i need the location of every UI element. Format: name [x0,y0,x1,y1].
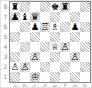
square-d5[interactable] [40,32,50,42]
square-f7[interactable] [60,12,70,22]
square-d8[interactable] [40,2,50,12]
square-a1[interactable] [10,72,20,82]
square-f2[interactable] [60,62,70,72]
piece-white-king[interactable]: ♔ [31,72,40,82]
piece-white-pawn[interactable]: ♙ [31,52,40,62]
file-label-d: d [40,82,50,88]
square-f3[interactable] [60,52,70,62]
piece-black-queen[interactable]: ♛ [31,12,40,22]
square-g4[interactable] [70,42,80,52]
piece-black-king[interactable]: ♚ [51,2,60,12]
rank-label-3: 3 [1,52,10,62]
square-c4[interactable] [30,42,40,52]
square-c1[interactable]: ♔ [30,72,40,82]
file-label-e: e [50,82,60,88]
square-f6[interactable] [60,22,70,32]
square-a6[interactable] [10,22,20,32]
square-h4[interactable] [80,42,90,52]
square-g2[interactable] [70,62,80,72]
square-b6[interactable] [20,22,30,32]
square-b5[interactable] [20,32,30,42]
piece-white-pawn[interactable]: ♙ [71,52,80,62]
piece-black-rook[interactable]: ♜ [61,2,70,12]
square-b1[interactable] [20,72,30,82]
square-b3[interactable] [20,52,30,62]
rank-label-7: 7 [1,12,10,22]
square-b8[interactable] [20,2,30,12]
square-c8[interactable] [30,2,40,12]
piece-white-pawn[interactable]: ♙ [61,42,70,52]
rank-labels: 87654321 [1,2,10,82]
square-f8[interactable]: ♜ [60,2,70,12]
square-c2[interactable] [30,62,40,72]
file-label-h: h [80,82,90,88]
square-g1[interactable] [70,72,80,82]
square-e4[interactable]: ♕ [50,42,60,52]
square-e3[interactable] [50,52,60,62]
rank-label-6: 6 [1,22,10,32]
piece-white-queen[interactable]: ♕ [51,42,60,52]
square-e2[interactable] [50,62,60,72]
square-a8[interactable]: ♜ [10,2,20,12]
square-g6[interactable]: ♟ [70,22,80,32]
rank-label-5: 5 [1,32,10,42]
piece-white-pawn[interactable]: ♙ [21,62,30,72]
square-e6[interactable]: ♗ [50,22,60,32]
square-c6[interactable]: ♟ [30,22,40,32]
file-label-f: f [60,82,70,88]
square-g8[interactable] [70,2,80,12]
square-b2[interactable]: ♙ [20,62,30,72]
piece-black-bishop[interactable]: ♝ [21,12,30,22]
square-h2[interactable] [80,62,90,72]
square-g5[interactable] [70,32,80,42]
square-d2[interactable] [40,62,50,72]
chess-diagram: 87654321 ♜♚♜♟♝♛♟♖♗♟♕♙♙♙♙♙♔ abcdefgh [0,0,92,88]
square-h3[interactable] [80,52,90,62]
square-a5[interactable] [10,32,20,42]
square-c5[interactable] [30,32,40,42]
square-h1[interactable] [80,72,90,82]
square-f4[interactable]: ♙ [60,42,70,52]
file-label-a: a [10,82,20,88]
square-d7[interactable] [40,12,50,22]
piece-white-bishop[interactable]: ♗ [51,22,60,32]
square-e5[interactable] [50,32,60,42]
square-g7[interactable] [70,12,80,22]
rank-label-2: 2 [1,62,10,72]
square-e1[interactable] [50,72,60,82]
piece-white-rook[interactable]: ♖ [41,22,50,32]
piece-black-pawn[interactable]: ♟ [11,12,20,22]
file-label-b: b [20,82,30,88]
square-b4[interactable] [20,42,30,52]
square-a4[interactable] [10,42,20,52]
rank-label-1: 1 [1,72,10,82]
square-e8[interactable]: ♚ [50,2,60,12]
piece-black-pawn[interactable]: ♟ [31,22,40,32]
square-b7[interactable]: ♝ [20,12,30,22]
square-c3[interactable]: ♙ [30,52,40,62]
square-c7[interactable]: ♛ [30,12,40,22]
square-a7[interactable]: ♟ [10,12,20,22]
chess-board[interactable]: ♜♚♜♟♝♛♟♖♗♟♕♙♙♙♙♙♔ [10,2,90,82]
square-d1[interactable] [40,72,50,82]
file-labels: abcdefgh [10,82,90,88]
square-h7[interactable] [80,12,90,22]
file-label-g: g [70,82,80,88]
square-f5[interactable] [60,32,70,42]
square-e7[interactable] [50,12,60,22]
square-h8[interactable] [80,2,90,12]
square-a2[interactable]: ♙ [10,62,20,72]
square-h5[interactable] [80,32,90,42]
square-f1[interactable] [60,72,70,82]
square-g3[interactable]: ♙ [70,52,80,62]
piece-black-pawn[interactable]: ♟ [71,22,80,32]
rank-label-8: 8 [1,2,10,12]
rank-label-4: 4 [1,42,10,52]
square-d6[interactable]: ♖ [40,22,50,32]
square-a3[interactable] [10,52,20,62]
square-d4[interactable] [40,42,50,52]
piece-black-rook[interactable]: ♜ [11,2,20,12]
square-d3[interactable] [40,52,50,62]
file-label-c: c [30,82,40,88]
square-h6[interactable] [80,22,90,32]
piece-white-pawn[interactable]: ♙ [11,62,20,72]
